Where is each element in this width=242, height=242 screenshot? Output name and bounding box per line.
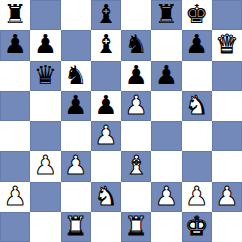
white-rook-piece[interactable]: ♜ bbox=[64, 213, 87, 239]
square-d3[interactable] bbox=[91, 151, 121, 181]
square-f4[interactable] bbox=[151, 121, 181, 151]
square-h6[interactable] bbox=[212, 61, 242, 91]
black-rook-piece[interactable]: ♜ bbox=[155, 1, 178, 27]
square-d5[interactable]: ♟ bbox=[91, 91, 121, 121]
square-f8[interactable]: ♜ bbox=[151, 0, 181, 30]
square-g6[interactable] bbox=[182, 61, 212, 91]
black-pawn-piece[interactable]: ♟ bbox=[185, 31, 208, 57]
square-b2[interactable] bbox=[30, 182, 60, 212]
square-c5[interactable]: ♟ bbox=[61, 91, 91, 121]
white-pawn-piece[interactable]: ♟ bbox=[34, 152, 57, 178]
white-pawn-piece[interactable]: ♟ bbox=[94, 122, 117, 148]
black-pawn-piece[interactable]: ♟ bbox=[34, 31, 57, 57]
black-pawn-piece[interactable]: ♟ bbox=[3, 31, 26, 57]
white-pawn-piece[interactable]: ♟ bbox=[3, 183, 26, 209]
white-knight-piece[interactable]: ♞ bbox=[94, 183, 117, 209]
square-g5[interactable]: ♞ bbox=[182, 91, 212, 121]
square-f7[interactable] bbox=[151, 30, 181, 60]
square-h8[interactable] bbox=[212, 0, 242, 30]
square-g7[interactable]: ♟ bbox=[182, 30, 212, 60]
black-rook-piece[interactable]: ♜ bbox=[3, 1, 26, 27]
square-c7[interactable] bbox=[61, 30, 91, 60]
square-c6[interactable]: ♞ bbox=[61, 61, 91, 91]
square-d6[interactable] bbox=[91, 61, 121, 91]
square-b1[interactable] bbox=[30, 212, 60, 242]
square-h2[interactable]: ♟ bbox=[212, 182, 242, 212]
black-king-piece[interactable]: ♚ bbox=[185, 1, 208, 27]
square-f6[interactable]: ♟ bbox=[151, 61, 181, 91]
black-bishop-piece[interactable]: ♝ bbox=[94, 1, 117, 27]
square-f1[interactable] bbox=[151, 212, 181, 242]
square-e2[interactable] bbox=[121, 182, 151, 212]
square-h7[interactable]: ♛ bbox=[212, 30, 242, 60]
square-h1[interactable] bbox=[212, 212, 242, 242]
square-h3[interactable] bbox=[212, 151, 242, 181]
square-a4[interactable] bbox=[0, 121, 30, 151]
square-f3[interactable] bbox=[151, 151, 181, 181]
chess-board[interactable]: ♜♝♜♚♟♟♝♞♟♛♛♞♟♟♟♟♟♞♟♟♟♝♟♞♟♟♟♜♜♚ bbox=[0, 0, 242, 242]
square-a8[interactable]: ♜ bbox=[0, 0, 30, 30]
black-pawn-piece[interactable]: ♟ bbox=[124, 62, 147, 88]
black-pawn-piece[interactable]: ♟ bbox=[94, 92, 117, 118]
black-bishop-piece[interactable]: ♝ bbox=[94, 31, 117, 57]
white-pawn-piece[interactable]: ♟ bbox=[215, 183, 238, 209]
white-pawn-piece[interactable]: ♟ bbox=[124, 92, 147, 118]
square-g2[interactable]: ♟ bbox=[182, 182, 212, 212]
square-e4[interactable] bbox=[121, 121, 151, 151]
white-rook-piece[interactable]: ♜ bbox=[124, 213, 147, 239]
square-g8[interactable]: ♚ bbox=[182, 0, 212, 30]
square-g4[interactable] bbox=[182, 121, 212, 151]
white-king-piece[interactable]: ♚ bbox=[185, 213, 208, 239]
square-c2[interactable] bbox=[61, 182, 91, 212]
square-b6[interactable]: ♛ bbox=[30, 61, 60, 91]
square-e3[interactable]: ♝ bbox=[121, 151, 151, 181]
square-b4[interactable] bbox=[30, 121, 60, 151]
square-d2[interactable]: ♞ bbox=[91, 182, 121, 212]
square-b8[interactable] bbox=[30, 0, 60, 30]
black-knight-piece[interactable]: ♞ bbox=[64, 62, 87, 88]
square-f2[interactable]: ♟ bbox=[151, 182, 181, 212]
square-a1[interactable] bbox=[0, 212, 30, 242]
square-d4[interactable]: ♟ bbox=[91, 121, 121, 151]
square-c3[interactable]: ♟ bbox=[61, 151, 91, 181]
square-h5[interactable] bbox=[212, 91, 242, 121]
square-b7[interactable]: ♟ bbox=[30, 30, 60, 60]
square-c1[interactable]: ♜ bbox=[61, 212, 91, 242]
square-g3[interactable] bbox=[182, 151, 212, 181]
square-c4[interactable] bbox=[61, 121, 91, 151]
square-a2[interactable]: ♟ bbox=[0, 182, 30, 212]
square-b3[interactable]: ♟ bbox=[30, 151, 60, 181]
square-a7[interactable]: ♟ bbox=[0, 30, 30, 60]
square-e5[interactable]: ♟ bbox=[121, 91, 151, 121]
square-h4[interactable] bbox=[212, 121, 242, 151]
square-d8[interactable]: ♝ bbox=[91, 0, 121, 30]
square-a5[interactable] bbox=[0, 91, 30, 121]
black-knight-piece[interactable]: ♞ bbox=[124, 31, 147, 57]
square-d1[interactable] bbox=[91, 212, 121, 242]
square-a6[interactable] bbox=[0, 61, 30, 91]
white-knight-piece[interactable]: ♞ bbox=[185, 92, 208, 118]
white-pawn-piece[interactable]: ♟ bbox=[64, 152, 87, 178]
white-queen-piece[interactable]: ♛ bbox=[215, 31, 238, 57]
black-pawn-piece[interactable]: ♟ bbox=[155, 62, 178, 88]
square-e1[interactable]: ♜ bbox=[121, 212, 151, 242]
square-a3[interactable] bbox=[0, 151, 30, 181]
square-f5[interactable] bbox=[151, 91, 181, 121]
white-bishop-piece[interactable]: ♝ bbox=[124, 152, 147, 178]
square-e7[interactable]: ♞ bbox=[121, 30, 151, 60]
square-e6[interactable]: ♟ bbox=[121, 61, 151, 91]
white-pawn-piece[interactable]: ♟ bbox=[155, 183, 178, 209]
square-b5[interactable] bbox=[30, 91, 60, 121]
square-g1[interactable]: ♚ bbox=[182, 212, 212, 242]
square-e8[interactable] bbox=[121, 0, 151, 30]
black-pawn-piece[interactable]: ♟ bbox=[64, 92, 87, 118]
square-c8[interactable] bbox=[61, 0, 91, 30]
black-queen-piece[interactable]: ♛ bbox=[34, 62, 57, 88]
square-d7[interactable]: ♝ bbox=[91, 30, 121, 60]
white-pawn-piece[interactable]: ♟ bbox=[185, 183, 208, 209]
